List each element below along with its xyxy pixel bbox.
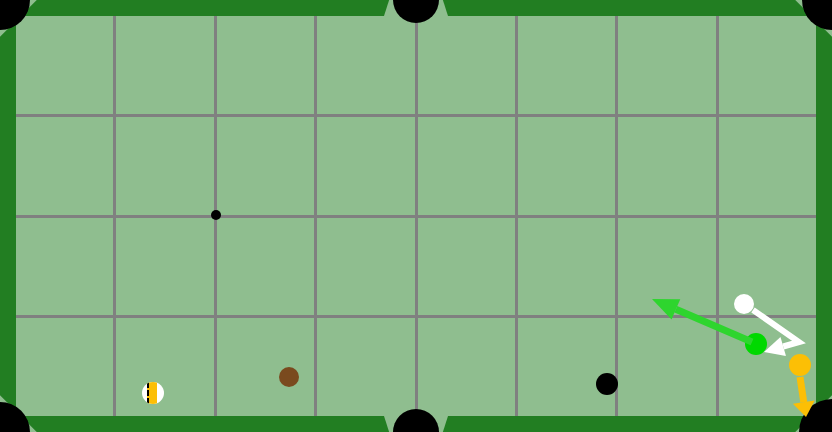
felt (16, 16, 816, 416)
grid-cell (16, 218, 113, 316)
orange-ball[interactable] (789, 354, 811, 376)
grid-cell (618, 16, 715, 114)
grid-cell (116, 218, 213, 316)
grid-cell (618, 117, 715, 215)
head-spot (211, 210, 221, 220)
grid-cell (116, 117, 213, 215)
brown-ball[interactable] (279, 367, 299, 387)
grid-cell (116, 16, 213, 114)
yellow-stripe-ball[interactable] (142, 382, 164, 404)
grid-cell (618, 218, 715, 316)
grid-cell (16, 117, 113, 215)
grid-cell (217, 318, 314, 416)
grid-cell (217, 16, 314, 114)
pool-table (0, 0, 832, 432)
grid-cell (719, 218, 816, 316)
grid-cell (418, 318, 515, 416)
shot-diagram-stage (0, 0, 832, 432)
grid-cell (518, 218, 615, 316)
grid-cell (217, 218, 314, 316)
grid-cell (418, 218, 515, 316)
grid-cell (518, 117, 615, 215)
green-ball[interactable] (745, 333, 767, 355)
grid-cell (518, 318, 615, 416)
grid-cell (418, 117, 515, 215)
grid-cell (16, 318, 113, 416)
ball-stripe (147, 382, 157, 404)
grid-cell (217, 117, 314, 215)
grid-cell (618, 318, 715, 416)
grid-cell (16, 16, 113, 114)
grid-cell (317, 16, 414, 114)
grid-cell (418, 16, 515, 114)
grid-cell (116, 318, 213, 416)
grid-cell (719, 117, 816, 215)
black-ball[interactable] (596, 373, 618, 395)
grid-cell (719, 16, 816, 114)
grid-cell (317, 117, 414, 215)
grid-cell (317, 218, 414, 316)
cue-ball[interactable] (734, 294, 754, 314)
grid-cell (518, 16, 615, 114)
grid-cell (317, 318, 414, 416)
